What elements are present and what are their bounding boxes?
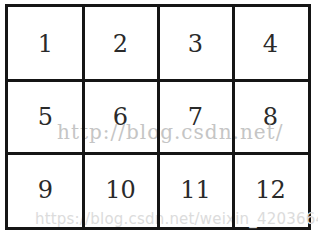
grid-cell-5: 5 bbox=[8, 80, 83, 153]
grid-line-vertical-1 bbox=[82, 7, 85, 227]
grid-cell-2: 2 bbox=[83, 7, 158, 80]
grid-cell-9: 9 bbox=[8, 154, 83, 227]
grid-cell-4: 4 bbox=[233, 7, 308, 80]
grid-line-horizontal-2 bbox=[8, 152, 308, 155]
grid-cell-6: 6 bbox=[83, 80, 158, 153]
grid-cell-12: 12 bbox=[233, 154, 308, 227]
number-grid-board: 123456789101112 bbox=[5, 4, 311, 230]
grid-cell-11: 11 bbox=[158, 154, 233, 227]
grid-cell-1: 1 bbox=[8, 7, 83, 80]
grid-cell-3: 3 bbox=[158, 7, 233, 80]
grid-cell-7: 7 bbox=[158, 80, 233, 153]
page: 123456789101112 http://blog.csdn.net/ ht… bbox=[0, 0, 318, 240]
grid-line-vertical-3 bbox=[232, 7, 235, 227]
grid-cell-8: 8 bbox=[233, 80, 308, 153]
grid-cell-10: 10 bbox=[83, 154, 158, 227]
grid-line-horizontal-1 bbox=[8, 79, 308, 82]
grid-line-vertical-2 bbox=[157, 7, 160, 227]
